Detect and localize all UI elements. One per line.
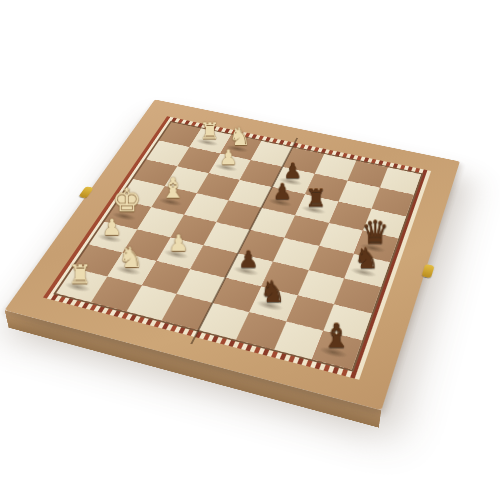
square-e6[interactable]: ♟ <box>261 187 305 216</box>
square-f7[interactable] <box>305 174 347 202</box>
square-c5[interactable] <box>183 193 228 222</box>
piece-shadow <box>277 176 303 187</box>
chess-board-frame: ♜♞♟♟♟♜♝♛♚♞♟♟♟♞♞♜♝ <box>5 100 460 411</box>
board-scene: ♜♞♟♟♟♜♝♛♚♞♟♟♟♞♞♜♝ <box>72 52 428 408</box>
square-f6[interactable]: ♜ <box>295 194 338 223</box>
square-g8[interactable] <box>347 161 388 188</box>
dark-knight-f2[interactable]: ♞ <box>259 277 285 306</box>
square-c7[interactable]: ♟ <box>208 153 251 179</box>
board-grid: ♜♞♟♟♟♜♝♛♚♞♟♟♟♞♞♜♝ <box>56 122 421 369</box>
square-h7[interactable] <box>372 188 414 217</box>
square-b8[interactable]: ♜ <box>189 128 231 153</box>
brass-clasp-left-icon <box>78 186 93 198</box>
dark-pawn-e7[interactable]: ♟ <box>283 161 302 182</box>
square-d8[interactable] <box>251 141 292 167</box>
square-d6[interactable] <box>229 180 273 208</box>
product-photo-canvas: ♜♞♟♟♟♜♝♛♚♞♟♟♟♞♞♜♝ <box>0 0 500 500</box>
square-d5[interactable] <box>216 201 261 230</box>
square-f8[interactable] <box>315 154 356 180</box>
white-pawn-a3[interactable]: ♟ <box>102 217 122 239</box>
square-e8[interactable] <box>283 147 324 173</box>
white-king-a4[interactable]: ♚ <box>112 184 141 217</box>
piece-shadow <box>194 137 219 147</box>
white-pawn-c3[interactable]: ♟ <box>169 233 189 256</box>
square-b6[interactable] <box>164 166 208 193</box>
dark-pawn-e3[interactable]: ♟ <box>238 249 259 272</box>
white-rook-a1[interactable]: ♜ <box>68 261 92 288</box>
square-e7[interactable]: ♟ <box>272 167 314 194</box>
square-c8[interactable]: ♞ <box>220 135 262 160</box>
square-h8[interactable] <box>380 167 421 194</box>
square-c6[interactable] <box>196 173 240 201</box>
square-b7[interactable] <box>177 147 220 173</box>
square-b5[interactable]: ♝ <box>151 186 196 215</box>
square-d7[interactable] <box>240 160 283 187</box>
dark-knight-h4[interactable]: ♞ <box>354 244 379 272</box>
square-a5[interactable] <box>119 179 164 207</box>
piece-shadow <box>266 197 293 208</box>
dark-rook-f6[interactable]: ♜ <box>305 186 327 210</box>
dark-pawn-e6[interactable]: ♟ <box>273 182 292 203</box>
square-a8[interactable] <box>159 122 201 147</box>
white-knight-c8[interactable]: ♞ <box>229 124 251 149</box>
dark-bishop-h1[interactable]: ♝ <box>322 320 351 353</box>
piece-shadow <box>213 163 239 173</box>
square-a7[interactable] <box>146 140 189 166</box>
white-knight-b2[interactable]: ♞ <box>118 243 143 271</box>
white-rook-b8[interactable]: ♜ <box>199 120 219 143</box>
square-g7[interactable] <box>338 180 380 208</box>
white-pawn-c7[interactable]: ♟ <box>219 148 237 169</box>
piece-shadow <box>225 144 250 154</box>
white-bishop-b5[interactable]: ♝ <box>160 174 185 202</box>
square-a6[interactable] <box>133 159 177 186</box>
brass-clasp-right-icon <box>421 264 434 279</box>
piece-shadow <box>300 204 327 215</box>
piece-shadow <box>157 196 184 207</box>
board-tilt-wrapper: ♜♞♟♟♟♜♝♛♚♞♟♟♟♞♞♜♝ <box>5 100 460 411</box>
